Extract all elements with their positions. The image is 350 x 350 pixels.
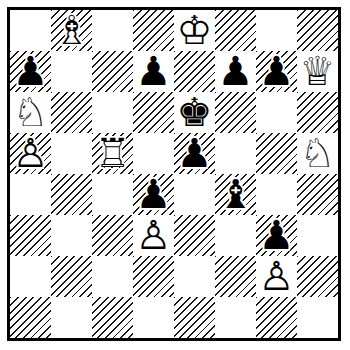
- square-h2[interactable]: [297, 256, 338, 297]
- square-g2[interactable]: ♟♙: [256, 256, 297, 297]
- square-a7[interactable]: ♟♟: [10, 51, 51, 92]
- square-b8[interactable]: ♝♗: [51, 10, 92, 51]
- piece-glyph: ♟: [256, 215, 297, 256]
- square-e5[interactable]: ♟♟: [174, 133, 215, 174]
- square-f5[interactable]: [215, 133, 256, 174]
- piece-black-pawn: ♟♟: [256, 51, 297, 92]
- piece-glyph: ♖: [92, 133, 133, 174]
- square-e3[interactable]: [174, 215, 215, 256]
- piece-glyph: ♟: [174, 133, 215, 174]
- piece-glyph: ♝: [215, 174, 256, 215]
- square-d1[interactable]: [133, 297, 174, 338]
- piece-black-pawn: ♟♟: [10, 51, 51, 92]
- square-a6[interactable]: ♞♘: [10, 92, 51, 133]
- square-b2[interactable]: [51, 256, 92, 297]
- square-b3[interactable]: [51, 215, 92, 256]
- square-h3[interactable]: [297, 215, 338, 256]
- piece-white-pawn: ♟♙: [256, 256, 297, 297]
- square-b6[interactable]: [51, 92, 92, 133]
- piece-glyph: ♘: [10, 92, 51, 133]
- square-f6[interactable]: [215, 92, 256, 133]
- square-c8[interactable]: [92, 10, 133, 51]
- chess-diagram-page: ♝♗♚♔♟♟♟♟♟♟♟♟♛♕♞♘♚♚♟♙♜♖♟♟♞♘♟♟♝♝♟♙♟♟♟♙: [0, 0, 350, 350]
- piece-white-rook: ♜♖: [92, 133, 133, 174]
- chess-board: ♝♗♚♔♟♟♟♟♟♟♟♟♛♕♞♘♚♚♟♙♜♖♟♟♞♘♟♟♝♝♟♙♟♟♟♙: [7, 7, 341, 341]
- square-d8[interactable]: [133, 10, 174, 51]
- square-b7[interactable]: [51, 51, 92, 92]
- square-g7[interactable]: ♟♟: [256, 51, 297, 92]
- piece-black-bishop: ♝♝: [215, 174, 256, 215]
- square-e2[interactable]: [174, 256, 215, 297]
- piece-black-pawn: ♟♟: [256, 215, 297, 256]
- piece-glyph: ♟: [215, 51, 256, 92]
- piece-black-king: ♚♚: [174, 92, 215, 133]
- square-d2[interactable]: [133, 256, 174, 297]
- piece-white-pawn: ♟♙: [133, 215, 174, 256]
- square-g8[interactable]: [256, 10, 297, 51]
- piece-white-pawn: ♟♙: [10, 133, 51, 174]
- square-f2[interactable]: [215, 256, 256, 297]
- square-g5[interactable]: [256, 133, 297, 174]
- square-f3[interactable]: [215, 215, 256, 256]
- piece-glyph: ♗: [51, 10, 92, 51]
- piece-glyph: ♟: [256, 51, 297, 92]
- square-a3[interactable]: [10, 215, 51, 256]
- square-h1[interactable]: [297, 297, 338, 338]
- square-e8[interactable]: ♚♔: [174, 10, 215, 51]
- square-a1[interactable]: [10, 297, 51, 338]
- piece-glyph: ♘: [297, 133, 338, 174]
- piece-glyph: ♔: [174, 10, 215, 51]
- square-d3[interactable]: ♟♙: [133, 215, 174, 256]
- piece-glyph: ♙: [256, 256, 297, 297]
- square-d6[interactable]: [133, 92, 174, 133]
- square-c6[interactable]: [92, 92, 133, 133]
- piece-glyph: ♟: [133, 174, 174, 215]
- square-d7[interactable]: ♟♟: [133, 51, 174, 92]
- square-f4[interactable]: ♝♝: [215, 174, 256, 215]
- square-a8[interactable]: [10, 10, 51, 51]
- piece-black-pawn: ♟♟: [133, 51, 174, 92]
- square-h6[interactable]: [297, 92, 338, 133]
- square-e6[interactable]: ♚♚: [174, 92, 215, 133]
- square-g6[interactable]: [256, 92, 297, 133]
- square-d4[interactable]: ♟♟: [133, 174, 174, 215]
- piece-white-knight: ♞♘: [10, 92, 51, 133]
- piece-white-bishop: ♝♗: [51, 10, 92, 51]
- square-b4[interactable]: [51, 174, 92, 215]
- piece-glyph: ♚: [174, 92, 215, 133]
- square-h8[interactable]: [297, 10, 338, 51]
- square-c3[interactable]: [92, 215, 133, 256]
- square-h4[interactable]: [297, 174, 338, 215]
- square-h5[interactable]: ♞♘: [297, 133, 338, 174]
- square-e4[interactable]: [174, 174, 215, 215]
- piece-glyph: ♟: [10, 51, 51, 92]
- square-e7[interactable]: [174, 51, 215, 92]
- square-a5[interactable]: ♟♙: [10, 133, 51, 174]
- piece-glyph: ♙: [10, 133, 51, 174]
- piece-glyph: ♙: [133, 215, 174, 256]
- square-a2[interactable]: [10, 256, 51, 297]
- square-g3[interactable]: ♟♟: [256, 215, 297, 256]
- piece-black-pawn: ♟♟: [215, 51, 256, 92]
- square-f8[interactable]: [215, 10, 256, 51]
- square-c4[interactable]: [92, 174, 133, 215]
- square-c5[interactable]: ♜♖: [92, 133, 133, 174]
- square-g1[interactable]: [256, 297, 297, 338]
- piece-black-pawn: ♟♟: [133, 174, 174, 215]
- square-f7[interactable]: ♟♟: [215, 51, 256, 92]
- piece-black-pawn: ♟♟: [174, 133, 215, 174]
- square-b1[interactable]: [51, 297, 92, 338]
- square-f1[interactable]: [215, 297, 256, 338]
- square-e1[interactable]: [174, 297, 215, 338]
- square-c2[interactable]: [92, 256, 133, 297]
- square-h7[interactable]: ♛♕: [297, 51, 338, 92]
- piece-white-knight: ♞♘: [297, 133, 338, 174]
- piece-glyph: ♟: [133, 51, 174, 92]
- piece-white-king: ♚♔: [174, 10, 215, 51]
- square-b5[interactable]: [51, 133, 92, 174]
- piece-glyph: ♕: [297, 51, 338, 92]
- square-c1[interactable]: [92, 297, 133, 338]
- square-d5[interactable]: [133, 133, 174, 174]
- piece-white-queen: ♛♕: [297, 51, 338, 92]
- square-g4[interactable]: [256, 174, 297, 215]
- square-c7[interactable]: [92, 51, 133, 92]
- square-a4[interactable]: [10, 174, 51, 215]
